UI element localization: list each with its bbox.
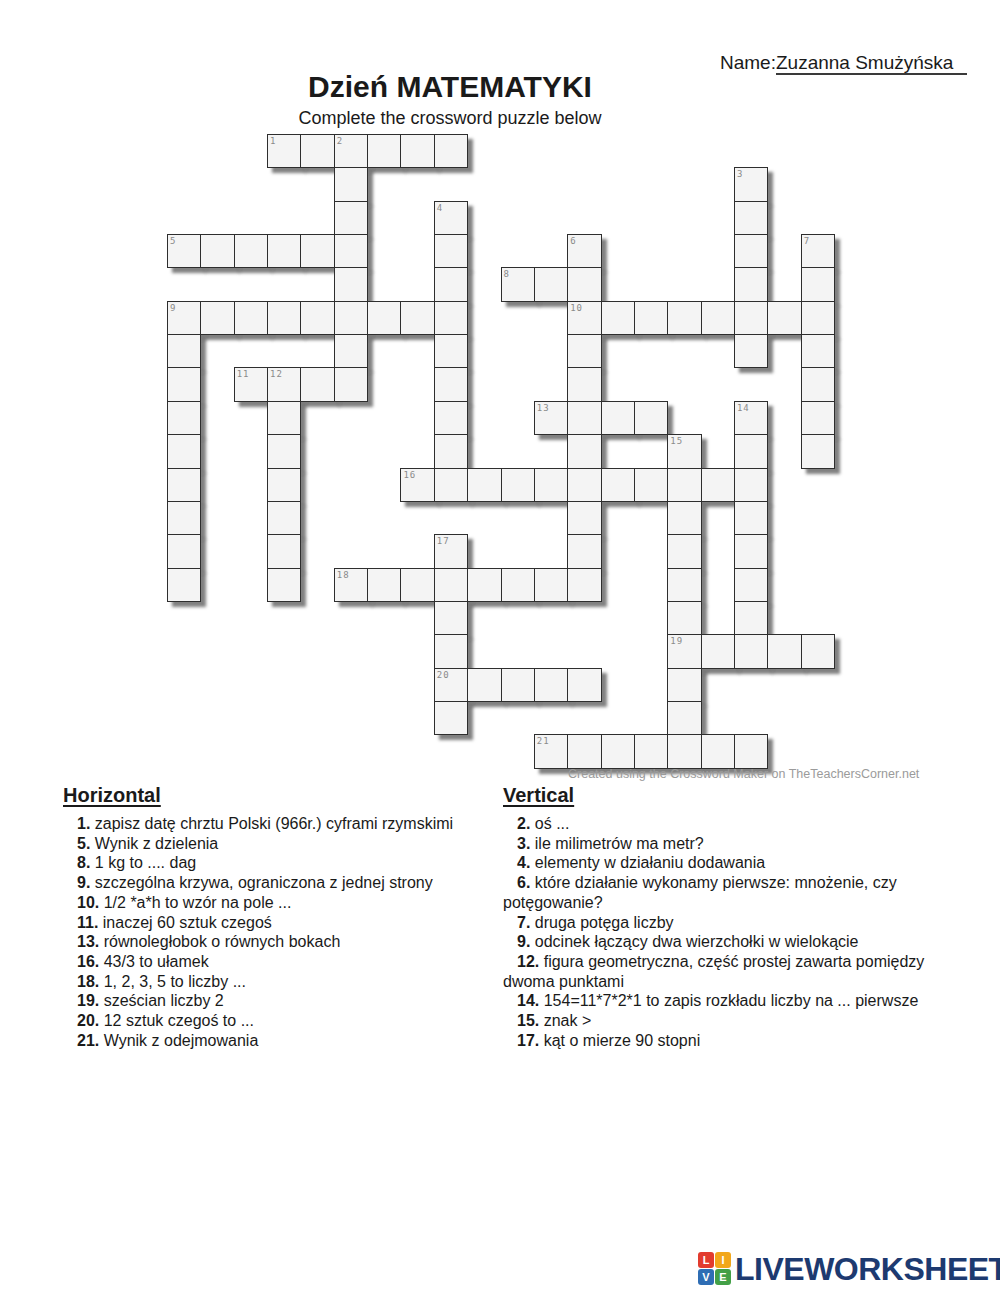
clue-item: 16. 43/3 to ułamek bbox=[63, 952, 503, 972]
grid-cell[interactable] bbox=[567, 501, 601, 535]
grid-cell[interactable] bbox=[501, 568, 535, 602]
grid-cell[interactable] bbox=[167, 568, 201, 602]
grid-cell[interactable] bbox=[734, 201, 768, 235]
grid-cell[interactable] bbox=[334, 301, 368, 335]
grid-cell[interactable] bbox=[667, 668, 701, 702]
grid-cell[interactable]: 9 bbox=[167, 301, 201, 335]
logo-icon-square: L bbox=[698, 1252, 714, 1268]
grid-cell[interactable] bbox=[267, 401, 301, 435]
cell-number: 1 bbox=[270, 136, 276, 146]
grid-cell[interactable] bbox=[734, 434, 768, 468]
grid-cell[interactable] bbox=[634, 734, 668, 768]
grid-cell[interactable] bbox=[434, 568, 468, 602]
grid-cell[interactable] bbox=[167, 501, 201, 535]
grid-cell[interactable] bbox=[434, 401, 468, 435]
grid-cell[interactable] bbox=[734, 468, 768, 502]
clue-item: 9. odcinek łączący dwa wierzchołki w wie… bbox=[503, 932, 953, 952]
grid-cell[interactable] bbox=[567, 568, 601, 602]
cell-number: 14 bbox=[737, 403, 750, 413]
clue-item: 8. 1 kg to .... dag bbox=[63, 853, 503, 873]
grid-cell[interactable] bbox=[767, 634, 801, 668]
grid-cell[interactable] bbox=[801, 334, 835, 368]
grid-cell[interactable] bbox=[267, 301, 301, 335]
grid-cell[interactable]: 14 bbox=[734, 401, 768, 435]
grid-cell[interactable] bbox=[434, 234, 468, 268]
grid-cell[interactable] bbox=[667, 734, 701, 768]
grid-cell[interactable]: 2 bbox=[334, 134, 368, 168]
logo-icon-square: I bbox=[715, 1252, 731, 1268]
grid-cell[interactable] bbox=[734, 267, 768, 301]
page-title: Dzień MATEMATYKI bbox=[0, 70, 900, 104]
grid-cell[interactable] bbox=[534, 568, 568, 602]
grid-cell[interactable] bbox=[167, 434, 201, 468]
grid-cell[interactable] bbox=[267, 501, 301, 535]
cell-number: 16 bbox=[403, 470, 416, 480]
clue-item: 19. sześcian liczby 2 bbox=[63, 991, 503, 1011]
across-clue-list: 1. zapisz datę chrztu Polski (966r.) cyf… bbox=[63, 814, 503, 1050]
logo-text: LIVEWORKSHEETS bbox=[735, 1252, 1000, 1286]
logo-icon-square: E bbox=[715, 1269, 731, 1285]
grid-cell[interactable] bbox=[667, 601, 701, 635]
grid-cell[interactable]: 12 bbox=[267, 367, 301, 401]
grid-cell[interactable] bbox=[701, 734, 735, 768]
grid-cell[interactable] bbox=[267, 568, 301, 602]
grid-cell[interactable] bbox=[567, 668, 601, 702]
clue-item: 20. 12 sztuk czegoś to ... bbox=[63, 1011, 503, 1031]
grid-cell[interactable] bbox=[534, 468, 568, 502]
grid-cell[interactable] bbox=[567, 267, 601, 301]
grid-cell[interactable] bbox=[200, 234, 234, 268]
grid-cell[interactable] bbox=[667, 701, 701, 735]
grid-cell[interactable] bbox=[734, 601, 768, 635]
grid-cell[interactable] bbox=[567, 434, 601, 468]
cell-number: 15 bbox=[670, 436, 683, 446]
clue-item: 5. Wynik z dzielenia bbox=[63, 834, 503, 854]
grid-cell[interactable]: 19 bbox=[667, 634, 701, 668]
cell-number: 17 bbox=[437, 536, 450, 546]
grid-cell[interactable]: 21 bbox=[534, 734, 568, 768]
grid-cell[interactable] bbox=[434, 267, 468, 301]
cell-number: 13 bbox=[537, 403, 550, 413]
grid-cell[interactable] bbox=[801, 434, 835, 468]
grid-cell[interactable] bbox=[667, 568, 701, 602]
clue-item: 13. równoległobok o równych bokach bbox=[63, 932, 503, 952]
grid-cell[interactable] bbox=[734, 301, 768, 335]
clue-item: 4. elementy w działaniu dodawania bbox=[503, 853, 953, 873]
worksheet-page: { "header": { "name_label": "Name:", "na… bbox=[0, 0, 1000, 1291]
grid-cell[interactable] bbox=[567, 468, 601, 502]
grid-cell[interactable]: 1 bbox=[267, 134, 301, 168]
clue-item: 11. inaczej 60 sztuk czegoś bbox=[63, 913, 503, 933]
grid-cell[interactable] bbox=[734, 734, 768, 768]
grid-cell[interactable] bbox=[334, 234, 368, 268]
grid-cell[interactable] bbox=[467, 568, 501, 602]
grid-cell[interactable] bbox=[267, 468, 301, 502]
clue-item: 15. znak > bbox=[503, 1011, 953, 1031]
clue-item: 7. druga potęga liczby bbox=[503, 913, 953, 933]
title-block: Dzień MATEMATYKI Complete the crossword … bbox=[0, 0, 900, 129]
clue-item: 21. Wynik z odejmowania bbox=[63, 1031, 503, 1051]
down-section: Vertical 2. oś ...3. ile milimetrów ma m… bbox=[503, 784, 953, 1050]
clue-item: 17. kąt o mierze 90 stopni bbox=[503, 1031, 953, 1051]
clue-item: 3. ile milimetrów ma metr? bbox=[503, 834, 953, 854]
clue-item: 10. 1/2 *a*h to wzór na pole ... bbox=[63, 893, 503, 913]
footer-logo: LIVE LIVEWORKSHEETS bbox=[698, 1252, 1000, 1286]
grid-cell[interactable] bbox=[400, 568, 434, 602]
grid-cell[interactable] bbox=[334, 201, 368, 235]
grid-cell[interactable] bbox=[734, 568, 768, 602]
cell-number: 8 bbox=[504, 269, 510, 279]
cell-number: 18 bbox=[337, 570, 350, 580]
grid-cell[interactable] bbox=[434, 601, 468, 635]
grid-cell[interactable]: 7 bbox=[801, 234, 835, 268]
grid-cell[interactable] bbox=[801, 401, 835, 435]
grid-cell[interactable] bbox=[434, 134, 468, 168]
grid-cell[interactable] bbox=[300, 301, 334, 335]
grid-cell[interactable] bbox=[501, 468, 535, 502]
cell-number: 20 bbox=[437, 670, 450, 680]
grid-cell[interactable] bbox=[667, 501, 701, 535]
grid-cell[interactable]: 13 bbox=[534, 401, 568, 435]
cell-number: 3 bbox=[737, 169, 743, 179]
grid-cell[interactable]: 15 bbox=[667, 434, 701, 468]
logo-icon-square: V bbox=[698, 1269, 714, 1285]
clue-item: 1. zapisz datę chrztu Polski (966r.) cyf… bbox=[63, 814, 503, 834]
grid-cell[interactable] bbox=[567, 401, 601, 435]
grid-cell[interactable] bbox=[167, 468, 201, 502]
grid-cell[interactable] bbox=[601, 734, 635, 768]
grid-cell[interactable] bbox=[400, 134, 434, 168]
grid-cell[interactable] bbox=[734, 234, 768, 268]
grid-cell[interactable] bbox=[801, 634, 835, 668]
grid-cell[interactable] bbox=[434, 367, 468, 401]
cell-number: 7 bbox=[804, 236, 810, 246]
grid-cell[interactable] bbox=[267, 534, 301, 568]
cell-number: 21 bbox=[537, 736, 550, 746]
grid-cell[interactable] bbox=[734, 501, 768, 535]
grid-cell[interactable] bbox=[634, 401, 668, 435]
grid-cell[interactable] bbox=[367, 134, 401, 168]
across-section: Horizontal 1. zapisz datę chrztu Polski … bbox=[63, 784, 503, 1050]
grid-cell[interactable]: 5 bbox=[167, 234, 201, 268]
grid-cell[interactable] bbox=[434, 301, 468, 335]
grid-cell[interactable] bbox=[801, 267, 835, 301]
clue-item: 9. szczególna krzywa, ograniczona z jedn… bbox=[63, 873, 503, 893]
grid-cell[interactable]: 16 bbox=[400, 468, 434, 502]
liveworksheets-icon: LIVE bbox=[698, 1252, 732, 1286]
grid-cell[interactable] bbox=[667, 301, 701, 335]
crossword-grid: 123456789101112131415161718192021 bbox=[167, 134, 836, 770]
grid-cell[interactable] bbox=[667, 534, 701, 568]
page-subtitle: Complete the crossword puzzle below bbox=[0, 108, 900, 129]
grid-cell[interactable] bbox=[501, 668, 535, 702]
cell-number: 9 bbox=[170, 303, 176, 313]
grid-cell[interactable] bbox=[734, 534, 768, 568]
grid-cell[interactable] bbox=[701, 301, 735, 335]
grid-cell[interactable]: 4 bbox=[434, 201, 468, 235]
grid-cell[interactable] bbox=[667, 468, 701, 502]
grid-cell[interactable]: 11 bbox=[234, 367, 268, 401]
grid-cell[interactable]: 20 bbox=[434, 668, 468, 702]
grid-cell[interactable] bbox=[367, 301, 401, 335]
grid-cell[interactable] bbox=[400, 301, 434, 335]
grid-cell[interactable] bbox=[267, 234, 301, 268]
cell-number: 2 bbox=[337, 136, 343, 146]
clue-item: 18. 1, 2, 3, 5 to liczby ... bbox=[63, 972, 503, 992]
grid-cell[interactable] bbox=[300, 234, 334, 268]
grid-cell[interactable] bbox=[701, 634, 735, 668]
cell-number: 10 bbox=[570, 303, 583, 313]
grid-cell[interactable] bbox=[701, 468, 735, 502]
grid-cell[interactable] bbox=[567, 334, 601, 368]
grid-cell[interactable] bbox=[601, 401, 635, 435]
grid-cell[interactable] bbox=[534, 668, 568, 702]
grid-cell[interactable]: 8 bbox=[501, 267, 535, 301]
grid-cell[interactable] bbox=[234, 234, 268, 268]
credit-line: Created using the Crossword Maker on The… bbox=[568, 767, 934, 781]
grid-cell[interactable] bbox=[334, 334, 368, 368]
grid-cell[interactable] bbox=[567, 367, 601, 401]
grid-cell[interactable] bbox=[434, 334, 468, 368]
grid-cell[interactable] bbox=[801, 367, 835, 401]
grid-cell[interactable] bbox=[601, 468, 635, 502]
grid-cell[interactable] bbox=[434, 434, 468, 468]
grid-cell[interactable] bbox=[334, 267, 368, 301]
clue-item: 2. oś ... bbox=[503, 814, 953, 834]
grid-cell[interactable] bbox=[434, 701, 468, 735]
grid-cell[interactable]: 18 bbox=[334, 568, 368, 602]
grid-cell[interactable] bbox=[601, 301, 635, 335]
cell-number: 11 bbox=[237, 369, 250, 379]
grid-cell[interactable] bbox=[300, 367, 334, 401]
grid-cell[interactable] bbox=[534, 267, 568, 301]
grid-cell[interactable]: 3 bbox=[734, 167, 768, 201]
grid-cell[interactable] bbox=[267, 434, 301, 468]
grid-cell[interactable] bbox=[434, 468, 468, 502]
clue-item: 12. figura geometryczna, część prostej z… bbox=[503, 952, 953, 991]
grid-cell[interactable] bbox=[567, 734, 601, 768]
grid-cell[interactable]: 10 bbox=[567, 301, 601, 335]
cell-number: 6 bbox=[570, 236, 576, 246]
grid-cell[interactable] bbox=[801, 301, 835, 335]
grid-cell[interactable] bbox=[234, 301, 268, 335]
down-heading: Vertical bbox=[503, 784, 953, 807]
grid-cell[interactable] bbox=[167, 334, 201, 368]
cell-number: 19 bbox=[670, 636, 683, 646]
cell-number: 12 bbox=[270, 369, 283, 379]
grid-cell[interactable] bbox=[334, 167, 368, 201]
grid-cell[interactable] bbox=[200, 301, 234, 335]
grid-cell[interactable] bbox=[734, 634, 768, 668]
grid-cell[interactable] bbox=[467, 668, 501, 702]
grid-cell[interactable] bbox=[167, 401, 201, 435]
clue-item: 6. które działanie wykonamy pierwsze: mn… bbox=[503, 873, 953, 912]
clue-item: 14. 154=11*7*2*1 to zapis rozkładu liczb… bbox=[503, 991, 953, 1011]
grid-cell[interactable] bbox=[767, 301, 801, 335]
cell-number: 5 bbox=[170, 236, 176, 246]
grid-cell[interactable] bbox=[367, 568, 401, 602]
grid-cell[interactable] bbox=[434, 634, 468, 668]
cell-number: 4 bbox=[437, 203, 443, 213]
grid-cell[interactable]: 6 bbox=[567, 234, 601, 268]
grid-cell[interactable]: 17 bbox=[434, 534, 468, 568]
grid-cell[interactable] bbox=[567, 534, 601, 568]
across-heading: Horizontal bbox=[63, 784, 503, 807]
grid-cell[interactable] bbox=[167, 367, 201, 401]
grid-cell[interactable] bbox=[167, 534, 201, 568]
grid-cell[interactable] bbox=[467, 468, 501, 502]
grid-cell[interactable] bbox=[734, 334, 768, 368]
grid-cell[interactable] bbox=[634, 468, 668, 502]
grid-cell[interactable] bbox=[634, 301, 668, 335]
grid-cell[interactable] bbox=[334, 367, 368, 401]
down-clue-list: 2. oś ...3. ile milimetrów ma metr?4. el… bbox=[503, 814, 953, 1050]
grid-cell[interactable] bbox=[300, 134, 334, 168]
